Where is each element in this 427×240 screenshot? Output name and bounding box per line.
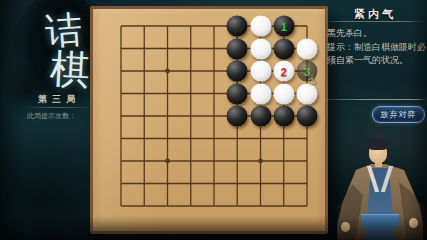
move-number-label: 1 [273,16,294,37]
white-stone-8-3: 2 [273,61,294,82]
star-point [258,159,263,164]
mode-title-char-2: 棋 [49,48,91,90]
white-stone-7-1 [250,16,271,37]
board-grid[interactable]: 123☝ [121,26,307,206]
black-stone-8-5 [273,106,294,127]
hint-text: 提示：制造白棋做眼时必须自紧一气的状况。 [327,41,426,67]
white-stone-7-2 [250,38,271,59]
black-stone-6-4 [227,83,248,104]
white-stone-7-4 [250,83,271,104]
mode-title-char-1: 诘 [44,11,83,50]
black-stone-8-1: 1 [273,16,294,37]
bottom-divider [325,99,427,100]
give-up-button[interactable]: 放弃对弈 [372,106,425,123]
npc-hand-left [341,222,350,232]
black-stone-6-5 [227,106,248,127]
black-stone-7-5 [250,106,271,127]
star-point [165,159,170,164]
npc-sash [361,214,399,227]
white-stone-9-2 [297,38,318,59]
go-board[interactable]: 123☝ [90,6,328,234]
black-stone-9-5 [297,106,318,127]
white-stone-7-3 [250,61,271,82]
move-number-label: 2 [273,61,294,82]
black-stone-6-2 [227,38,248,59]
puzzle-title: 紧内气 [323,7,427,22]
npc-hair-bun [374,131,383,140]
star-point [165,69,170,74]
game-screen: { "game": { "name": "go", "variant": "ts… [0,0,427,240]
hint-counter-label: 此局提示次数： [27,111,76,121]
black-stone-6-1 [227,16,248,37]
npc-portrait [333,126,427,240]
black-stone-6-3 [227,61,248,82]
npc-hand-right [409,218,418,228]
objective-text: 黑先杀白。 [327,27,425,40]
title-divider [325,21,425,22]
black-stone-8-2 [273,38,294,59]
white-stone-8-4 [273,83,294,104]
left-divider [24,107,94,108]
